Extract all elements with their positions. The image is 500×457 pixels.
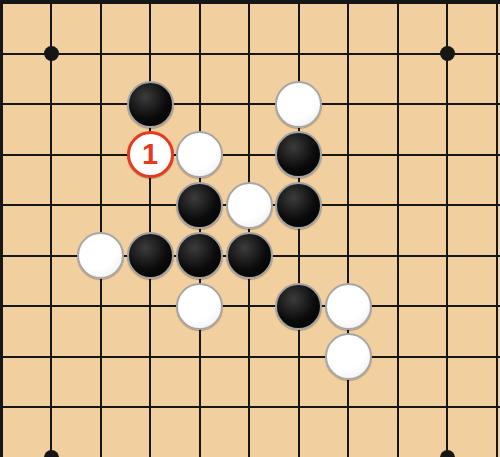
grid-line-vertical — [50, 0, 52, 457]
move-1-label: 1 — [142, 140, 158, 169]
grid-line-horizontal — [0, 406, 500, 408]
white-stone — [176, 131, 223, 178]
grid-line-vertical — [149, 0, 151, 457]
star-point — [44, 450, 59, 457]
grid-line-vertical — [446, 0, 448, 457]
move-1-marker: 1 — [127, 131, 174, 178]
grid-line-vertical — [397, 0, 399, 457]
grid-line-horizontal — [0, 53, 500, 55]
white-stone — [275, 81, 322, 128]
black-stone — [176, 232, 223, 279]
star-point — [440, 46, 455, 61]
white-stone — [226, 182, 273, 229]
go-board[interactable]: 1 — [0, 0, 500, 457]
white-stone — [325, 333, 372, 380]
grid-line-vertical — [100, 0, 102, 457]
white-stone — [77, 232, 124, 279]
black-stone — [127, 81, 174, 128]
star-point — [44, 46, 59, 61]
black-stone — [127, 232, 174, 279]
black-stone — [275, 182, 322, 229]
grid-line-horizontal — [0, 103, 500, 105]
white-stone — [176, 283, 223, 330]
star-point — [440, 450, 455, 457]
black-stone — [275, 131, 322, 178]
black-stone — [275, 283, 322, 330]
grid-line-horizontal — [0, 305, 500, 307]
white-stone — [325, 283, 372, 330]
black-stone — [176, 182, 223, 229]
grid-line-vertical — [0, 0, 3, 457]
grid-line-vertical — [347, 0, 349, 457]
grid-line-horizontal — [0, 0, 500, 4]
grid-line-horizontal — [0, 356, 500, 358]
grid-line-horizontal — [0, 154, 500, 156]
grid-line-vertical — [496, 0, 498, 457]
black-stone — [226, 232, 273, 279]
